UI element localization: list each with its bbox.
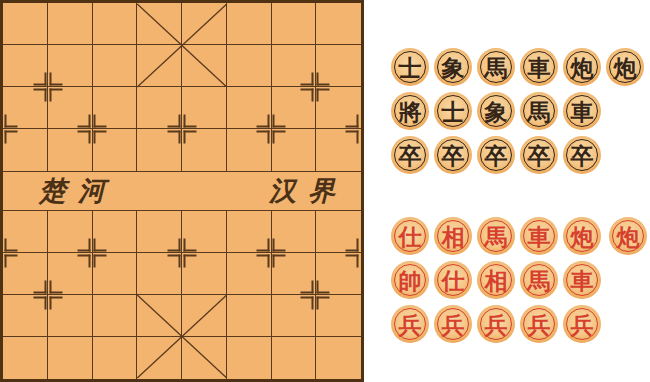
black-piece-cannon-1[interactable]: 炮 — [563, 48, 601, 86]
point-marker — [346, 115, 375, 144]
piece-glyph: 車 — [571, 100, 594, 123]
grid-cell — [93, 45, 138, 87]
grid-cell — [3, 337, 48, 379]
piece-glyph: 相 — [485, 269, 508, 292]
marker-bracket — [5, 255, 18, 268]
marker-bracket — [50, 89, 63, 102]
point-marker — [257, 115, 286, 144]
red-piece-chariot-1[interactable]: 車 — [520, 217, 558, 255]
piece-glyph: 兵 — [485, 313, 508, 336]
red-piece-chariot-2[interactable]: 車 — [563, 261, 601, 299]
black-piece-soldier-4[interactable]: 卒 — [520, 136, 558, 174]
red-tray-row-1: 仕 相 馬 車 炮 炮 — [391, 217, 647, 255]
black-piece-soldier-1[interactable]: 卒 — [391, 136, 429, 174]
piece-glyph: 兵 — [571, 313, 594, 336]
marker-bracket — [317, 89, 330, 102]
marker-bracket — [34, 297, 47, 310]
black-tray-row-1: 士 象 馬 車 炮 炮 — [391, 48, 644, 86]
grid-cell — [48, 3, 93, 45]
marker-bracket — [346, 239, 359, 252]
red-piece-elephant-2[interactable]: 相 — [477, 261, 515, 299]
marker-bracket — [346, 115, 359, 128]
marker-bracket — [167, 131, 180, 144]
grid-cell — [182, 45, 227, 87]
red-piece-soldier-4[interactable]: 兵 — [520, 305, 558, 343]
piece-glyph: 卒 — [528, 144, 551, 167]
marker-bracket — [257, 239, 270, 252]
red-piece-soldier-3[interactable]: 兵 — [477, 305, 515, 343]
river: 楚河 汉界 — [3, 171, 361, 211]
red-piece-soldier-2[interactable]: 兵 — [434, 305, 472, 343]
red-piece-elephant-1[interactable]: 相 — [434, 217, 472, 255]
piece-glyph: 卒 — [485, 144, 508, 167]
red-piece-horse-1[interactable]: 馬 — [477, 217, 515, 255]
point-marker — [78, 239, 107, 268]
piece-glyph: 馬 — [528, 269, 551, 292]
marker-bracket — [5, 115, 18, 128]
marker-bracket — [167, 239, 180, 252]
marker-bracket — [34, 89, 47, 102]
grid-cell — [227, 3, 272, 45]
marker-bracket — [50, 281, 63, 294]
grid-cell — [93, 3, 138, 45]
marker-bracket — [317, 297, 330, 310]
point-marker — [257, 239, 286, 268]
piece-glyph: 卒 — [399, 144, 422, 167]
marker-bracket — [78, 115, 91, 128]
marker-bracket — [257, 131, 270, 144]
marker-bracket — [257, 255, 270, 268]
point-marker — [167, 115, 196, 144]
black-piece-horse-1[interactable]: 馬 — [477, 48, 515, 86]
red-piece-soldier-5[interactable]: 兵 — [563, 305, 601, 343]
point-marker — [0, 239, 18, 268]
grid-cell — [182, 295, 227, 337]
marker-bracket — [346, 131, 359, 144]
marker-bracket — [273, 239, 286, 252]
black-piece-general[interactable]: 將 — [391, 92, 429, 130]
grid-cell — [137, 295, 182, 337]
marker-bracket — [301, 297, 314, 310]
piece-glyph: 炮 — [571, 56, 594, 79]
red-tray-row-2: 帥 仕 相 馬 車 — [391, 261, 601, 299]
piece-glyph: 炮 — [614, 56, 637, 79]
piece-glyph: 仕 — [442, 269, 465, 292]
piece-glyph: 卒 — [571, 144, 594, 167]
red-piece-general[interactable]: 帥 — [391, 261, 429, 299]
piece-glyph: 仕 — [399, 225, 422, 248]
grid-cell — [137, 3, 182, 45]
piece-glyph: 車 — [528, 225, 551, 248]
point-marker — [0, 115, 18, 144]
grid-cell — [272, 3, 317, 45]
piece-glyph: 馬 — [485, 225, 508, 248]
marker-bracket — [78, 239, 91, 252]
black-piece-chariot-1[interactable]: 車 — [520, 48, 558, 86]
black-piece-soldier-5[interactable]: 卒 — [563, 136, 601, 174]
piece-glyph: 馬 — [485, 56, 508, 79]
grid-cell — [3, 3, 48, 45]
marker-bracket — [301, 73, 314, 86]
point-marker — [34, 73, 63, 102]
marker-bracket — [34, 281, 47, 294]
black-tray-row-2: 將 士 象 馬 車 — [391, 92, 601, 130]
grid-cell — [227, 295, 272, 337]
grid-cell — [182, 337, 227, 379]
point-marker — [346, 239, 375, 268]
red-piece-cannon-2[interactable]: 炮 — [609, 217, 647, 255]
red-piece-advisor-2[interactable]: 仕 — [434, 261, 472, 299]
grid-cell — [227, 45, 272, 87]
piece-glyph: 象 — [442, 56, 465, 79]
marker-bracket — [34, 73, 47, 86]
point-marker — [34, 281, 63, 310]
xiangqi-board[interactable]: 楚河 汉界 — [0, 0, 364, 382]
marker-bracket — [167, 255, 180, 268]
marker-bracket — [94, 115, 107, 128]
black-piece-soldier-3[interactable]: 卒 — [477, 136, 515, 174]
marker-bracket — [5, 131, 18, 144]
black-piece-advisor-2[interactable]: 士 — [434, 92, 472, 130]
red-piece-horse-2[interactable]: 馬 — [520, 261, 558, 299]
marker-bracket — [5, 239, 18, 252]
marker-bracket — [50, 297, 63, 310]
piece-glyph: 相 — [442, 225, 465, 248]
black-piece-chariot-2[interactable]: 車 — [563, 92, 601, 130]
black-piece-advisor-1[interactable]: 士 — [391, 48, 429, 86]
river-label-left: 楚河 — [39, 173, 117, 209]
grid-cell — [182, 3, 227, 45]
piece-glyph: 兵 — [442, 313, 465, 336]
point-marker — [301, 281, 330, 310]
marker-bracket — [78, 255, 91, 268]
piece-glyph: 兵 — [528, 313, 551, 336]
marker-bracket — [273, 115, 286, 128]
red-tray-row-3: 兵 兵 兵 兵 兵 — [391, 305, 601, 343]
red-piece-cannon-1[interactable]: 炮 — [563, 217, 601, 255]
marker-bracket — [183, 239, 196, 252]
grid-cell — [316, 3, 361, 45]
marker-bracket — [94, 239, 107, 252]
grid-cell — [227, 337, 272, 379]
black-piece-soldier-2[interactable]: 卒 — [434, 136, 472, 174]
piece-glyph: 帥 — [399, 269, 422, 292]
marker-bracket — [317, 73, 330, 86]
piece-glyph: 炮 — [571, 225, 594, 248]
black-piece-elephant-2[interactable]: 象 — [477, 92, 515, 130]
marker-bracket — [183, 255, 196, 268]
grid-cell — [137, 45, 182, 87]
marker-bracket — [78, 131, 91, 144]
grid-cell — [93, 295, 138, 337]
marker-bracket — [273, 131, 286, 144]
marker-bracket — [301, 281, 314, 294]
black-piece-elephant-1[interactable]: 象 — [434, 48, 472, 86]
piece-glyph: 車 — [528, 56, 551, 79]
piece-glyph: 炮 — [617, 225, 640, 248]
marker-bracket — [346, 255, 359, 268]
piece-glyph: 象 — [485, 100, 508, 123]
black-piece-cannon-2[interactable]: 炮 — [606, 48, 644, 86]
piece-glyph: 卒 — [442, 144, 465, 167]
piece-glyph: 兵 — [399, 313, 422, 336]
marker-bracket — [94, 131, 107, 144]
marker-bracket — [301, 89, 314, 102]
marker-bracket — [183, 131, 196, 144]
grid-cell — [272, 337, 317, 379]
grid-cell — [137, 337, 182, 379]
xiangqi-setup-screen: 楚河 汉界 士 象 馬 車 炮 炮 將 士 象 馬 車 卒 — [0, 0, 650, 382]
piece-glyph: 將 — [399, 100, 422, 123]
river-label-right: 汉界 — [269, 173, 347, 209]
grid-cell — [48, 337, 93, 379]
grid-cell — [316, 337, 361, 379]
red-piece-soldier-1[interactable]: 兵 — [391, 305, 429, 343]
marker-bracket — [94, 255, 107, 268]
marker-bracket — [317, 281, 330, 294]
piece-glyph: 士 — [399, 56, 422, 79]
piece-glyph: 馬 — [528, 100, 551, 123]
marker-bracket — [183, 115, 196, 128]
marker-bracket — [273, 255, 286, 268]
black-tray-row-3: 卒 卒 卒 卒 卒 — [391, 136, 601, 174]
black-piece-horse-2[interactable]: 馬 — [520, 92, 558, 130]
red-piece-advisor-1[interactable]: 仕 — [391, 217, 429, 255]
point-marker — [78, 115, 107, 144]
grid-cell — [93, 337, 138, 379]
marker-bracket — [50, 73, 63, 86]
point-marker — [301, 73, 330, 102]
marker-bracket — [167, 115, 180, 128]
piece-glyph: 車 — [571, 269, 594, 292]
point-marker — [167, 239, 196, 268]
piece-glyph: 士 — [442, 100, 465, 123]
marker-bracket — [257, 115, 270, 128]
